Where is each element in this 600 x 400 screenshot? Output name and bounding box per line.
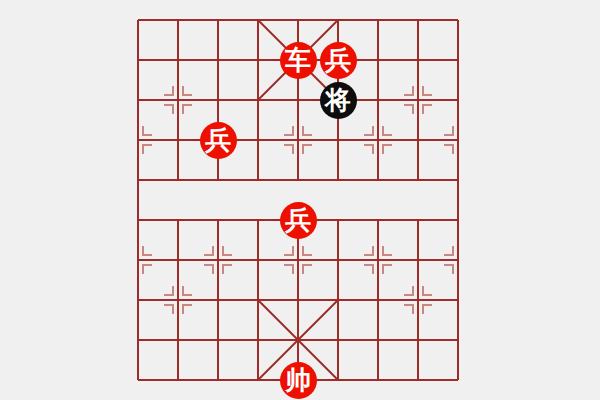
intersection[interactable] [278,80,318,120]
intersection[interactable] [318,320,358,360]
intersection[interactable] [358,160,398,200]
intersection[interactable] [318,200,358,240]
intersection[interactable] [398,320,438,360]
intersection[interactable] [238,320,278,360]
intersection[interactable] [438,0,478,40]
intersection[interactable] [118,320,158,360]
intersection[interactable] [438,200,478,240]
intersection[interactable] [438,40,478,80]
intersection[interactable] [398,120,438,160]
intersection[interactable] [358,280,398,320]
intersection[interactable] [438,240,478,280]
intersection[interactable] [198,0,238,40]
intersection[interactable] [398,80,438,120]
red-soldier[interactable]: 兵 [320,42,357,79]
intersection[interactable] [398,200,438,240]
intersection[interactable] [438,160,478,200]
intersection[interactable] [118,80,158,120]
intersection[interactable] [198,200,238,240]
intersection[interactable] [198,80,238,120]
intersection[interactable] [238,160,278,200]
intersection[interactable] [158,0,198,40]
intersection[interactable]: 将 [318,80,358,120]
intersection[interactable] [398,240,438,280]
intersection[interactable] [398,0,438,40]
intersection[interactable] [158,280,198,320]
intersection[interactable] [198,40,238,80]
intersection[interactable] [198,280,238,320]
intersection[interactable] [158,360,198,400]
intersection[interactable] [238,0,278,40]
intersection[interactable] [118,0,158,40]
intersection[interactable] [158,120,198,160]
intersection[interactable] [118,240,158,280]
intersection[interactable] [438,120,478,160]
intersection[interactable] [238,40,278,80]
intersection[interactable] [398,280,438,320]
intersection[interactable] [398,360,438,400]
red-general[interactable]: 帅 [280,362,317,399]
intersection[interactable] [438,80,478,120]
red-soldier[interactable]: 兵 [200,122,237,159]
intersection[interactable] [198,360,238,400]
intersection[interactable] [238,240,278,280]
intersection[interactable] [118,200,158,240]
intersection[interactable] [158,240,198,280]
intersection[interactable] [398,40,438,80]
intersection[interactable] [318,360,358,400]
intersection[interactable] [278,120,318,160]
intersection[interactable] [158,40,198,80]
intersection[interactable] [358,120,398,160]
intersection[interactable] [158,80,198,120]
intersection[interactable] [198,240,238,280]
intersection[interactable] [318,160,358,200]
intersection[interactable] [318,240,358,280]
black-general[interactable]: 将 [320,82,357,119]
intersection[interactable] [158,200,198,240]
intersection[interactable] [358,320,398,360]
intersection[interactable] [398,160,438,200]
intersection[interactable] [158,160,198,200]
intersection[interactable] [278,0,318,40]
intersection[interactable] [118,40,158,80]
intersection[interactable] [118,280,158,320]
intersection[interactable] [158,320,198,360]
intersection[interactable] [118,120,158,160]
intersection[interactable] [318,0,358,40]
intersection[interactable] [438,320,478,360]
intersection[interactable] [198,160,238,200]
intersection[interactable] [438,280,478,320]
intersection[interactable]: 兵 [198,120,238,160]
intersection[interactable] [318,120,358,160]
intersection[interactable] [318,280,358,320]
intersection[interactable] [198,320,238,360]
intersection[interactable] [278,320,318,360]
intersection[interactable]: 帅 [278,360,318,400]
intersection[interactable]: 兵 [278,200,318,240]
intersection[interactable] [118,360,158,400]
intersection[interactable] [238,120,278,160]
red-soldier[interactable]: 兵 [280,202,317,239]
intersection[interactable] [238,360,278,400]
intersection[interactable] [358,240,398,280]
intersection[interactable] [358,200,398,240]
intersection[interactable] [438,360,478,400]
intersection[interactable] [238,280,278,320]
intersection[interactable] [278,280,318,320]
intersection[interactable] [238,200,278,240]
red-chariot[interactable]: 车 [280,42,317,79]
intersection[interactable]: 兵 [318,40,358,80]
intersection[interactable] [118,160,158,200]
intersection[interactable] [358,40,398,80]
intersection[interactable] [358,80,398,120]
intersection[interactable] [278,240,318,280]
intersection[interactable] [358,360,398,400]
intersection[interactable]: 车 [278,40,318,80]
intersection[interactable] [238,80,278,120]
intersection[interactable] [278,160,318,200]
intersection[interactable] [358,0,398,40]
board-intersections: 车兵将兵兵帅 [118,0,478,400]
xiangqi-board: 车兵将兵兵帅 [0,0,600,400]
